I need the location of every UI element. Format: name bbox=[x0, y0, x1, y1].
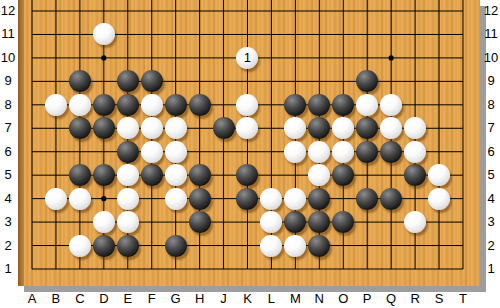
row-label-left-11: 11 bbox=[0, 27, 16, 41]
white-stone-L2 bbox=[260, 235, 282, 257]
white-stone-S4 bbox=[428, 188, 450, 210]
row-label-right-10: 10 bbox=[483, 51, 499, 65]
black-stone-K4 bbox=[236, 188, 258, 210]
black-stone-D5 bbox=[93, 164, 115, 186]
white-stone-E3 bbox=[117, 211, 139, 233]
black-stone-N2 bbox=[308, 235, 330, 257]
row-label-right-1: 1 bbox=[483, 262, 499, 276]
col-label-N: N bbox=[309, 292, 329, 306]
col-label-D: D bbox=[94, 292, 114, 306]
white-stone-F7 bbox=[141, 117, 163, 139]
white-stone-G6 bbox=[165, 141, 187, 163]
row-label-right-7: 7 bbox=[483, 121, 499, 135]
star-point-D4 bbox=[101, 196, 106, 201]
go-board[interactable]: 1 bbox=[18, 0, 480, 286]
white-stone-M4 bbox=[284, 188, 306, 210]
row-label-left-7: 7 bbox=[0, 121, 16, 135]
white-stone-G7 bbox=[165, 117, 187, 139]
col-label-L: L bbox=[261, 292, 281, 306]
col-label-C: C bbox=[70, 292, 90, 306]
white-stone-G5 bbox=[165, 164, 187, 186]
black-stone-N4 bbox=[308, 188, 330, 210]
star-point-D10 bbox=[101, 55, 106, 60]
row-label-left-4: 4 bbox=[0, 192, 16, 206]
white-stone-N6 bbox=[308, 141, 330, 163]
col-label-S: S bbox=[429, 292, 449, 306]
col-label-G: G bbox=[166, 292, 186, 306]
white-stone-F8 bbox=[141, 94, 163, 116]
white-stone-L4 bbox=[260, 188, 282, 210]
row-label-right-12: 12 bbox=[483, 4, 499, 18]
col-label-B: B bbox=[46, 292, 66, 306]
white-stone-E7 bbox=[117, 117, 139, 139]
black-stone-D8 bbox=[93, 94, 115, 116]
white-stone-C2 bbox=[69, 235, 91, 257]
white-stone-M6 bbox=[284, 141, 306, 163]
white-stone-C8 bbox=[69, 94, 91, 116]
black-stone-D2 bbox=[93, 235, 115, 257]
col-label-J: J bbox=[214, 292, 234, 306]
black-stone-F5 bbox=[141, 164, 163, 186]
col-label-A: A bbox=[22, 292, 42, 306]
white-stone-C4 bbox=[69, 188, 91, 210]
black-stone-N8 bbox=[308, 94, 330, 116]
row-label-right-11: 11 bbox=[483, 27, 499, 41]
white-stone-B4 bbox=[45, 188, 67, 210]
col-label-M: M bbox=[285, 292, 305, 306]
row-label-right-5: 5 bbox=[483, 168, 499, 182]
white-stone-O6 bbox=[332, 141, 354, 163]
col-label-E: E bbox=[118, 292, 138, 306]
black-stone-Q6 bbox=[380, 141, 402, 163]
white-stone-E5 bbox=[117, 164, 139, 186]
row-label-left-2: 2 bbox=[0, 239, 16, 253]
white-stone-R3 bbox=[404, 211, 426, 233]
white-stone-F6 bbox=[141, 141, 163, 163]
star-point-Q10 bbox=[389, 55, 394, 60]
col-label-H: H bbox=[190, 292, 210, 306]
white-stone-M2 bbox=[284, 235, 306, 257]
row-label-right-8: 8 bbox=[483, 98, 499, 112]
row-label-right-9: 9 bbox=[483, 74, 499, 88]
row-label-left-9: 9 bbox=[0, 74, 16, 88]
black-stone-C5 bbox=[69, 164, 91, 186]
black-stone-E6 bbox=[117, 141, 139, 163]
col-label-P: P bbox=[357, 292, 377, 306]
black-stone-H3 bbox=[189, 211, 211, 233]
black-stone-D7 bbox=[93, 117, 115, 139]
black-stone-F9 bbox=[141, 70, 163, 92]
page: 1 121110987654321 121110987654321 ABCDEF… bbox=[0, 0, 500, 308]
col-label-T: T bbox=[453, 292, 473, 306]
col-label-R: R bbox=[405, 292, 425, 306]
black-stone-H5 bbox=[189, 164, 211, 186]
black-stone-E9 bbox=[117, 70, 139, 92]
row-label-left-10: 10 bbox=[0, 51, 16, 65]
black-stone-P4 bbox=[356, 188, 378, 210]
row-label-left-1: 1 bbox=[0, 262, 16, 276]
black-stone-P6 bbox=[356, 141, 378, 163]
black-stone-C7 bbox=[69, 117, 91, 139]
black-stone-H4 bbox=[189, 188, 211, 210]
col-label-Q: Q bbox=[381, 292, 401, 306]
black-stone-E8 bbox=[117, 94, 139, 116]
white-stone-B8 bbox=[45, 94, 67, 116]
row-label-right-2: 2 bbox=[483, 239, 499, 253]
col-label-O: O bbox=[333, 292, 353, 306]
row-label-right-3: 3 bbox=[483, 215, 499, 229]
white-stone-R6 bbox=[404, 141, 426, 163]
row-label-right-6: 6 bbox=[483, 145, 499, 159]
black-stone-G2 bbox=[165, 235, 187, 257]
black-stone-O8 bbox=[332, 94, 354, 116]
black-stone-G8 bbox=[165, 94, 187, 116]
black-stone-J7 bbox=[213, 117, 235, 139]
white-stone-E4 bbox=[117, 188, 139, 210]
row-label-left-5: 5 bbox=[0, 168, 16, 182]
black-stone-Q4 bbox=[380, 188, 402, 210]
row-label-right-4: 4 bbox=[483, 192, 499, 206]
row-label-left-12: 12 bbox=[0, 4, 16, 18]
white-stone-Q8 bbox=[380, 94, 402, 116]
row-label-left-3: 3 bbox=[0, 215, 16, 229]
black-stone-H8 bbox=[189, 94, 211, 116]
black-stone-E2 bbox=[117, 235, 139, 257]
white-stone-D3 bbox=[93, 211, 115, 233]
white-stone-G4 bbox=[165, 188, 187, 210]
col-label-K: K bbox=[237, 292, 257, 306]
col-label-F: F bbox=[142, 292, 162, 306]
white-stone-P8 bbox=[356, 94, 378, 116]
row-label-left-6: 6 bbox=[0, 145, 16, 159]
move-number-label: 1 bbox=[244, 51, 251, 64]
row-label-left-8: 8 bbox=[0, 98, 16, 112]
